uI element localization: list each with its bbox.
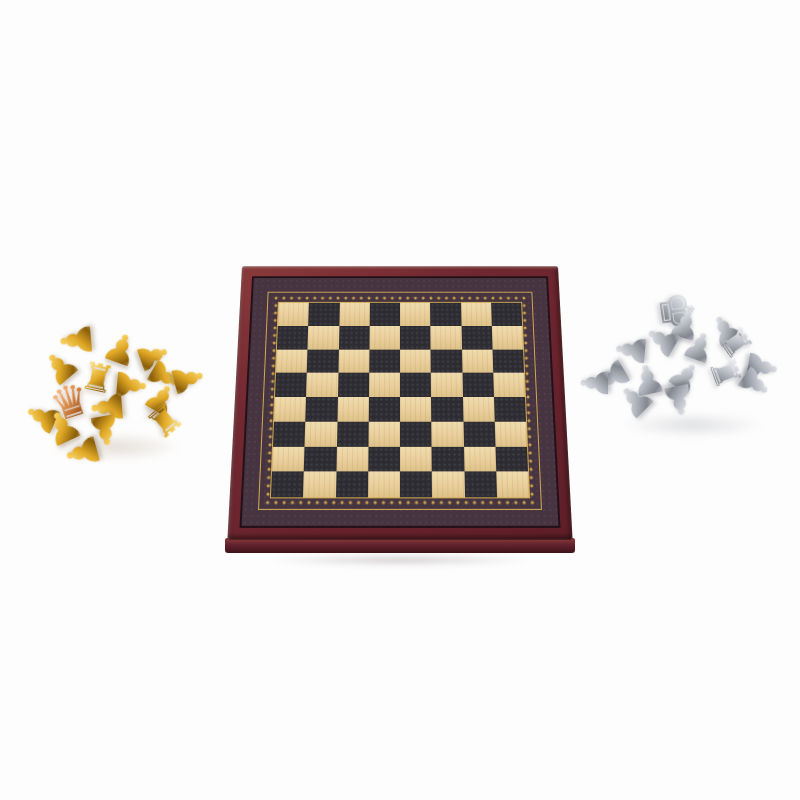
board-square[interactable] [462, 373, 494, 397]
board-square[interactable] [492, 326, 523, 349]
board-square[interactable] [335, 472, 368, 498]
board-square[interactable] [400, 349, 431, 373]
board-square[interactable] [400, 446, 432, 471]
gold-pieces-pile: ♟♟♟♟♜♟♟♟♛♟♟♟♟♟♜♟ [18, 322, 208, 472]
board-square[interactable] [432, 472, 465, 498]
board-square[interactable] [463, 397, 495, 421]
board-square[interactable] [304, 446, 337, 471]
board-square[interactable] [400, 397, 431, 421]
board-square[interactable] [277, 326, 308, 349]
board-square[interactable] [494, 421, 527, 446]
board-square[interactable] [369, 397, 400, 421]
board-square[interactable] [305, 421, 337, 446]
board-square[interactable] [338, 373, 369, 397]
decorative-inner-line [270, 302, 530, 499]
board-square[interactable] [495, 446, 528, 471]
board-square[interactable] [461, 303, 492, 326]
board-square[interactable] [494, 397, 526, 421]
board-square[interactable] [464, 472, 497, 498]
board-square[interactable] [273, 421, 306, 446]
board-square[interactable] [462, 349, 493, 373]
product-photo: ♟♟♟♟♜♟♟♟♛♟♟♟♟♟♜♟ ♚♟♟♟♟♟♜♟♟♟♟♟♜♟♟♟ [0, 0, 800, 800]
board-square[interactable] [369, 373, 400, 397]
chessboard-grid [271, 303, 529, 498]
board-square[interactable] [337, 421, 369, 446]
board-square[interactable] [463, 421, 495, 446]
decorative-gold-border [258, 292, 542, 510]
gold-motif-band [261, 295, 539, 507]
board-square[interactable] [491, 303, 522, 326]
board-square[interactable] [369, 349, 400, 373]
board-square[interactable] [431, 373, 462, 397]
board-square[interactable] [271, 472, 304, 498]
board-square[interactable] [369, 303, 400, 326]
board-square[interactable] [339, 303, 370, 326]
board-square[interactable] [496, 472, 529, 498]
board-square[interactable] [306, 373, 338, 397]
board-square[interactable] [432, 446, 464, 471]
board-square[interactable] [400, 421, 432, 446]
board-square[interactable] [400, 373, 431, 397]
board-square[interactable] [431, 397, 463, 421]
board-square[interactable] [368, 421, 400, 446]
silver-pieces-pile: ♚♟♟♟♟♟♜♟♟♟♟♟♜♟♟♟ [585, 293, 785, 443]
board-square[interactable] [430, 303, 461, 326]
board-square[interactable] [338, 326, 369, 349]
board-square[interactable] [368, 472, 400, 498]
board-square[interactable] [400, 326, 431, 349]
board-square[interactable] [278, 303, 309, 326]
board-square[interactable] [461, 326, 492, 349]
chess-board [231, 258, 569, 570]
board-square[interactable] [308, 326, 339, 349]
board-square[interactable] [369, 326, 400, 349]
board-square[interactable] [303, 472, 336, 498]
board-square[interactable] [431, 326, 462, 349]
board-face [227, 266, 572, 539]
board-square[interactable] [431, 349, 462, 373]
board-square[interactable] [338, 349, 369, 373]
board-square[interactable] [493, 373, 525, 397]
board-square[interactable] [400, 472, 432, 498]
board-square[interactable] [274, 397, 306, 421]
board-square[interactable] [400, 303, 431, 326]
board-square[interactable] [307, 349, 338, 373]
board-square[interactable] [308, 303, 339, 326]
board-square[interactable] [492, 349, 524, 373]
board-square[interactable] [276, 349, 308, 373]
board-square[interactable] [337, 397, 369, 421]
board-square[interactable] [272, 446, 305, 471]
board-shadow [223, 554, 577, 566]
board-margin [242, 278, 559, 526]
board-square[interactable] [336, 446, 368, 471]
board-square[interactable] [275, 373, 307, 397]
board-square[interactable] [463, 446, 496, 471]
board-square[interactable] [306, 397, 338, 421]
board-square[interactable] [431, 421, 463, 446]
board-square[interactable] [368, 446, 400, 471]
board-base-step-outer [225, 538, 575, 553]
